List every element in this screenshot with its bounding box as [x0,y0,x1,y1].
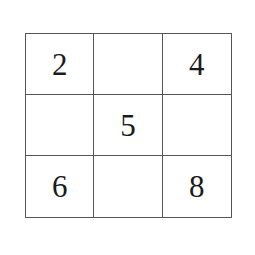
grid-cell-r1c0[interactable] [26,95,94,156]
grid-cell-r0c0[interactable]: 2 [26,34,94,95]
magic-square-board: 2 4 5 6 8 [25,33,232,218]
grid-cell-r2c2[interactable]: 8 [163,156,231,217]
grid-cell-r2c1[interactable] [94,156,162,217]
grid-cell-r2c0[interactable]: 6 [26,156,94,217]
puzzle-diagram: 2 4 5 6 8 [0,0,255,255]
grid-cell-r1c2[interactable] [163,95,231,156]
grid-cell-r0c1[interactable] [94,34,162,95]
grid-cell-r0c2[interactable]: 4 [163,34,231,95]
grid-cell-r1c1[interactable]: 5 [94,95,162,156]
